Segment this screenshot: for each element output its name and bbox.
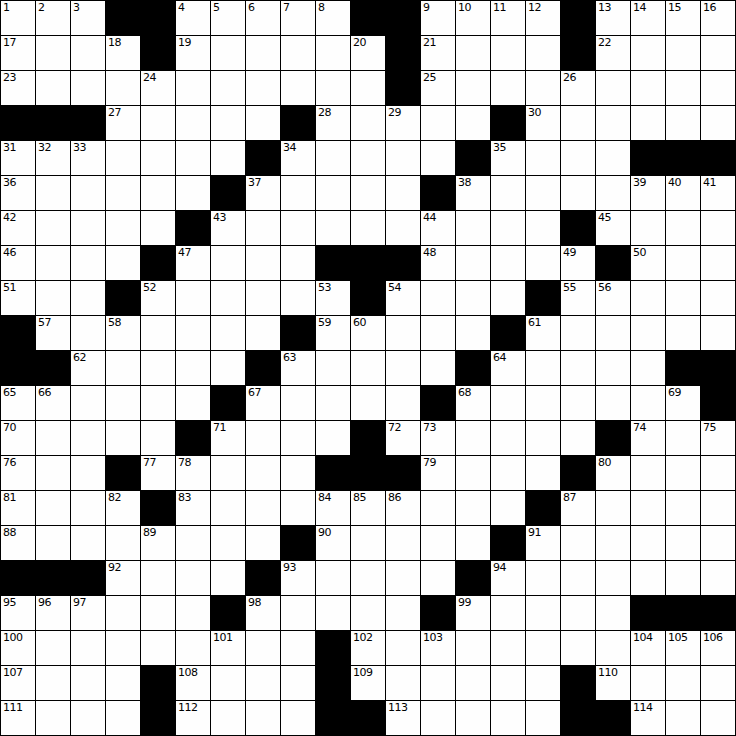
white-cell[interactable] xyxy=(666,211,700,245)
white-cell[interactable] xyxy=(421,666,455,700)
white-cell[interactable] xyxy=(526,666,560,700)
white-cell[interactable]: 22 xyxy=(596,36,630,70)
white-cell[interactable]: 9 xyxy=(421,1,455,35)
white-cell[interactable] xyxy=(561,561,595,595)
white-cell[interactable] xyxy=(246,71,280,105)
white-cell[interactable] xyxy=(456,526,490,560)
white-cell[interactable]: 36 xyxy=(1,176,35,210)
white-cell[interactable] xyxy=(281,596,315,630)
white-cell[interactable] xyxy=(316,176,350,210)
white-cell[interactable] xyxy=(491,386,525,420)
white-cell[interactable] xyxy=(281,421,315,455)
white-cell[interactable]: 19 xyxy=(176,36,210,70)
white-cell[interactable]: 109 xyxy=(351,666,385,700)
white-cell[interactable]: 95 xyxy=(1,596,35,630)
white-cell[interactable]: 46 xyxy=(1,246,35,280)
white-cell[interactable] xyxy=(176,631,210,665)
white-cell[interactable]: 63 xyxy=(281,351,315,385)
white-cell[interactable] xyxy=(106,631,140,665)
white-cell[interactable] xyxy=(596,596,630,630)
white-cell[interactable]: 94 xyxy=(491,561,525,595)
white-cell[interactable]: 79 xyxy=(421,456,455,490)
white-cell[interactable]: 96 xyxy=(36,596,70,630)
white-cell[interactable] xyxy=(316,351,350,385)
white-cell[interactable] xyxy=(526,71,560,105)
white-cell[interactable] xyxy=(596,141,630,175)
white-cell[interactable] xyxy=(176,106,210,140)
white-cell[interactable] xyxy=(561,386,595,420)
white-cell[interactable]: 43 xyxy=(211,211,245,245)
white-cell[interactable] xyxy=(386,526,420,560)
white-cell[interactable] xyxy=(351,176,385,210)
white-cell[interactable] xyxy=(246,316,280,350)
white-cell[interactable] xyxy=(456,456,490,490)
white-cell[interactable] xyxy=(281,246,315,280)
white-cell[interactable] xyxy=(491,456,525,490)
white-cell[interactable] xyxy=(36,701,70,735)
white-cell[interactable] xyxy=(106,246,140,280)
white-cell[interactable] xyxy=(351,211,385,245)
white-cell[interactable]: 40 xyxy=(666,176,700,210)
white-cell[interactable] xyxy=(561,351,595,385)
white-cell[interactable] xyxy=(211,141,245,175)
white-cell[interactable]: 50 xyxy=(631,246,665,280)
white-cell[interactable] xyxy=(631,71,665,105)
white-cell[interactable] xyxy=(71,456,105,490)
white-cell[interactable]: 39 xyxy=(631,176,665,210)
white-cell[interactable]: 12 xyxy=(526,1,560,35)
white-cell[interactable] xyxy=(281,701,315,735)
white-cell[interactable]: 72 xyxy=(386,421,420,455)
white-cell[interactable] xyxy=(316,211,350,245)
white-cell[interactable] xyxy=(386,316,420,350)
white-cell[interactable] xyxy=(386,386,420,420)
white-cell[interactable] xyxy=(141,211,175,245)
white-cell[interactable]: 53 xyxy=(316,281,350,315)
white-cell[interactable]: 60 xyxy=(351,316,385,350)
white-cell[interactable]: 87 xyxy=(561,491,595,525)
white-cell[interactable] xyxy=(316,141,350,175)
white-cell[interactable] xyxy=(246,526,280,560)
white-cell[interactable] xyxy=(141,386,175,420)
white-cell[interactable]: 86 xyxy=(386,491,420,525)
white-cell[interactable]: 49 xyxy=(561,246,595,280)
white-cell[interactable]: 84 xyxy=(316,491,350,525)
white-cell[interactable] xyxy=(491,421,525,455)
white-cell[interactable] xyxy=(246,666,280,700)
white-cell[interactable] xyxy=(596,386,630,420)
white-cell[interactable]: 57 xyxy=(36,316,70,350)
white-cell[interactable] xyxy=(701,666,735,700)
white-cell[interactable]: 14 xyxy=(631,1,665,35)
white-cell[interactable] xyxy=(141,631,175,665)
white-cell[interactable] xyxy=(106,71,140,105)
white-cell[interactable]: 112 xyxy=(176,701,210,735)
white-cell[interactable] xyxy=(561,106,595,140)
white-cell[interactable] xyxy=(106,351,140,385)
white-cell[interactable] xyxy=(386,631,420,665)
white-cell[interactable] xyxy=(246,701,280,735)
white-cell[interactable]: 34 xyxy=(281,141,315,175)
white-cell[interactable] xyxy=(71,666,105,700)
white-cell[interactable]: 107 xyxy=(1,666,35,700)
white-cell[interactable] xyxy=(71,176,105,210)
white-cell[interactable]: 100 xyxy=(1,631,35,665)
white-cell[interactable]: 83 xyxy=(176,491,210,525)
white-cell[interactable] xyxy=(246,631,280,665)
white-cell[interactable] xyxy=(316,71,350,105)
white-cell[interactable]: 21 xyxy=(421,36,455,70)
white-cell[interactable]: 62 xyxy=(71,351,105,385)
white-cell[interactable] xyxy=(211,36,245,70)
white-cell[interactable] xyxy=(351,71,385,105)
white-cell[interactable] xyxy=(631,561,665,595)
white-cell[interactable] xyxy=(36,246,70,280)
white-cell[interactable] xyxy=(176,351,210,385)
white-cell[interactable] xyxy=(176,176,210,210)
white-cell[interactable] xyxy=(36,456,70,490)
white-cell[interactable] xyxy=(631,456,665,490)
white-cell[interactable]: 47 xyxy=(176,246,210,280)
white-cell[interactable] xyxy=(246,36,280,70)
white-cell[interactable]: 15 xyxy=(666,1,700,35)
white-cell[interactable] xyxy=(141,351,175,385)
white-cell[interactable] xyxy=(141,106,175,140)
white-cell[interactable] xyxy=(106,141,140,175)
white-cell[interactable] xyxy=(351,351,385,385)
white-cell[interactable]: 59 xyxy=(316,316,350,350)
white-cell[interactable] xyxy=(526,211,560,245)
white-cell[interactable] xyxy=(631,386,665,420)
white-cell[interactable] xyxy=(71,491,105,525)
white-cell[interactable] xyxy=(596,526,630,560)
white-cell[interactable] xyxy=(36,526,70,560)
white-cell[interactable] xyxy=(211,246,245,280)
white-cell[interactable] xyxy=(666,36,700,70)
white-cell[interactable]: 69 xyxy=(666,386,700,420)
white-cell[interactable]: 38 xyxy=(456,176,490,210)
white-cell[interactable]: 55 xyxy=(561,281,595,315)
white-cell[interactable] xyxy=(176,71,210,105)
white-cell[interactable] xyxy=(491,36,525,70)
white-cell[interactable] xyxy=(596,491,630,525)
white-cell[interactable] xyxy=(631,351,665,385)
white-cell[interactable] xyxy=(701,246,735,280)
white-cell[interactable]: 29 xyxy=(386,106,420,140)
white-cell[interactable] xyxy=(666,421,700,455)
white-cell[interactable] xyxy=(421,281,455,315)
white-cell[interactable] xyxy=(246,491,280,525)
white-cell[interactable] xyxy=(176,316,210,350)
white-cell[interactable] xyxy=(211,71,245,105)
white-cell[interactable] xyxy=(631,526,665,560)
white-cell[interactable]: 4 xyxy=(176,1,210,35)
white-cell[interactable]: 101 xyxy=(211,631,245,665)
white-cell[interactable]: 73 xyxy=(421,421,455,455)
white-cell[interactable] xyxy=(71,526,105,560)
white-cell[interactable]: 85 xyxy=(351,491,385,525)
white-cell[interactable]: 74 xyxy=(631,421,665,455)
white-cell[interactable] xyxy=(631,211,665,245)
white-cell[interactable] xyxy=(421,526,455,560)
white-cell[interactable] xyxy=(421,701,455,735)
white-cell[interactable]: 81 xyxy=(1,491,35,525)
white-cell[interactable]: 66 xyxy=(36,386,70,420)
white-cell[interactable] xyxy=(281,176,315,210)
white-cell[interactable]: 23 xyxy=(1,71,35,105)
white-cell[interactable] xyxy=(106,596,140,630)
white-cell[interactable] xyxy=(526,456,560,490)
white-cell[interactable] xyxy=(526,141,560,175)
white-cell[interactable] xyxy=(141,141,175,175)
white-cell[interactable] xyxy=(456,71,490,105)
white-cell[interactable] xyxy=(141,176,175,210)
white-cell[interactable] xyxy=(351,526,385,560)
white-cell[interactable] xyxy=(211,491,245,525)
white-cell[interactable]: 37 xyxy=(246,176,280,210)
white-cell[interactable] xyxy=(36,36,70,70)
white-cell[interactable] xyxy=(351,596,385,630)
white-cell[interactable]: 111 xyxy=(1,701,35,735)
white-cell[interactable] xyxy=(36,71,70,105)
white-cell[interactable]: 7 xyxy=(281,1,315,35)
white-cell[interactable] xyxy=(701,106,735,140)
white-cell[interactable] xyxy=(701,456,735,490)
white-cell[interactable]: 65 xyxy=(1,386,35,420)
white-cell[interactable] xyxy=(456,211,490,245)
white-cell[interactable] xyxy=(526,36,560,70)
white-cell[interactable] xyxy=(561,631,595,665)
white-cell[interactable] xyxy=(701,281,735,315)
white-cell[interactable] xyxy=(211,106,245,140)
white-cell[interactable] xyxy=(526,596,560,630)
white-cell[interactable] xyxy=(386,211,420,245)
white-cell[interactable] xyxy=(281,456,315,490)
white-cell[interactable] xyxy=(666,701,700,735)
white-cell[interactable]: 80 xyxy=(596,456,630,490)
white-cell[interactable] xyxy=(561,141,595,175)
white-cell[interactable] xyxy=(666,71,700,105)
white-cell[interactable] xyxy=(281,631,315,665)
white-cell[interactable] xyxy=(386,666,420,700)
white-cell[interactable] xyxy=(561,421,595,455)
white-cell[interactable] xyxy=(666,281,700,315)
white-cell[interactable] xyxy=(701,561,735,595)
white-cell[interactable] xyxy=(421,491,455,525)
white-cell[interactable] xyxy=(456,421,490,455)
white-cell[interactable] xyxy=(316,386,350,420)
white-cell[interactable] xyxy=(596,631,630,665)
white-cell[interactable] xyxy=(71,211,105,245)
white-cell[interactable] xyxy=(596,176,630,210)
white-cell[interactable] xyxy=(701,36,735,70)
white-cell[interactable] xyxy=(281,36,315,70)
white-cell[interactable]: 114 xyxy=(631,701,665,735)
white-cell[interactable] xyxy=(281,491,315,525)
white-cell[interactable] xyxy=(631,666,665,700)
white-cell[interactable]: 90 xyxy=(316,526,350,560)
white-cell[interactable] xyxy=(561,596,595,630)
white-cell[interactable] xyxy=(491,596,525,630)
white-cell[interactable] xyxy=(666,561,700,595)
white-cell[interactable]: 17 xyxy=(1,36,35,70)
white-cell[interactable] xyxy=(106,666,140,700)
white-cell[interactable] xyxy=(386,141,420,175)
white-cell[interactable]: 77 xyxy=(141,456,175,490)
white-cell[interactable] xyxy=(456,281,490,315)
white-cell[interactable] xyxy=(561,526,595,560)
white-cell[interactable]: 64 xyxy=(491,351,525,385)
white-cell[interactable]: 110 xyxy=(596,666,630,700)
white-cell[interactable] xyxy=(71,631,105,665)
white-cell[interactable]: 92 xyxy=(106,561,140,595)
white-cell[interactable] xyxy=(106,386,140,420)
white-cell[interactable]: 20 xyxy=(351,36,385,70)
white-cell[interactable]: 42 xyxy=(1,211,35,245)
white-cell[interactable] xyxy=(526,246,560,280)
white-cell[interactable] xyxy=(246,106,280,140)
white-cell[interactable] xyxy=(176,386,210,420)
white-cell[interactable] xyxy=(36,176,70,210)
white-cell[interactable] xyxy=(106,211,140,245)
white-cell[interactable]: 98 xyxy=(246,596,280,630)
white-cell[interactable] xyxy=(141,316,175,350)
white-cell[interactable] xyxy=(281,666,315,700)
white-cell[interactable]: 13 xyxy=(596,1,630,35)
white-cell[interactable] xyxy=(211,561,245,595)
white-cell[interactable]: 105 xyxy=(666,631,700,665)
white-cell[interactable] xyxy=(71,701,105,735)
white-cell[interactable] xyxy=(246,246,280,280)
white-cell[interactable]: 26 xyxy=(561,71,595,105)
white-cell[interactable] xyxy=(596,106,630,140)
white-cell[interactable] xyxy=(386,561,420,595)
white-cell[interactable] xyxy=(246,421,280,455)
white-cell[interactable] xyxy=(71,281,105,315)
white-cell[interactable]: 41 xyxy=(701,176,735,210)
white-cell[interactable]: 48 xyxy=(421,246,455,280)
white-cell[interactable] xyxy=(106,176,140,210)
white-cell[interactable] xyxy=(596,316,630,350)
white-cell[interactable] xyxy=(666,666,700,700)
white-cell[interactable] xyxy=(71,421,105,455)
white-cell[interactable]: 27 xyxy=(106,106,140,140)
white-cell[interactable]: 68 xyxy=(456,386,490,420)
white-cell[interactable] xyxy=(526,351,560,385)
white-cell[interactable] xyxy=(491,281,525,315)
white-cell[interactable] xyxy=(71,246,105,280)
white-cell[interactable] xyxy=(281,211,315,245)
white-cell[interactable] xyxy=(351,106,385,140)
white-cell[interactable] xyxy=(246,211,280,245)
white-cell[interactable] xyxy=(666,456,700,490)
white-cell[interactable]: 97 xyxy=(71,596,105,630)
white-cell[interactable]: 18 xyxy=(106,36,140,70)
white-cell[interactable] xyxy=(421,561,455,595)
white-cell[interactable] xyxy=(281,71,315,105)
white-cell[interactable] xyxy=(246,456,280,490)
white-cell[interactable]: 45 xyxy=(596,211,630,245)
white-cell[interactable]: 31 xyxy=(1,141,35,175)
white-cell[interactable] xyxy=(456,36,490,70)
white-cell[interactable] xyxy=(316,596,350,630)
white-cell[interactable]: 99 xyxy=(456,596,490,630)
white-cell[interactable] xyxy=(386,176,420,210)
white-cell[interactable] xyxy=(631,106,665,140)
white-cell[interactable] xyxy=(106,526,140,560)
white-cell[interactable] xyxy=(211,316,245,350)
white-cell[interactable]: 35 xyxy=(491,141,525,175)
white-cell[interactable] xyxy=(701,526,735,560)
white-cell[interactable] xyxy=(351,561,385,595)
white-cell[interactable] xyxy=(491,71,525,105)
white-cell[interactable] xyxy=(596,351,630,385)
white-cell[interactable] xyxy=(526,176,560,210)
white-cell[interactable] xyxy=(36,666,70,700)
white-cell[interactable]: 44 xyxy=(421,211,455,245)
white-cell[interactable]: 75 xyxy=(701,421,735,455)
white-cell[interactable]: 2 xyxy=(36,1,70,35)
white-cell[interactable]: 82 xyxy=(106,491,140,525)
white-cell[interactable] xyxy=(526,421,560,455)
white-cell[interactable] xyxy=(526,386,560,420)
white-cell[interactable] xyxy=(526,561,560,595)
white-cell[interactable]: 106 xyxy=(701,631,735,665)
white-cell[interactable] xyxy=(36,421,70,455)
white-cell[interactable] xyxy=(561,176,595,210)
white-cell[interactable]: 8 xyxy=(316,1,350,35)
white-cell[interactable] xyxy=(211,666,245,700)
white-cell[interactable] xyxy=(491,666,525,700)
white-cell[interactable]: 91 xyxy=(526,526,560,560)
white-cell[interactable] xyxy=(456,701,490,735)
white-cell[interactable]: 6 xyxy=(246,1,280,35)
white-cell[interactable] xyxy=(316,421,350,455)
white-cell[interactable] xyxy=(211,281,245,315)
white-cell[interactable] xyxy=(421,106,455,140)
white-cell[interactable] xyxy=(631,281,665,315)
white-cell[interactable] xyxy=(71,71,105,105)
white-cell[interactable]: 58 xyxy=(106,316,140,350)
white-cell[interactable]: 1 xyxy=(1,1,35,35)
white-cell[interactable]: 25 xyxy=(421,71,455,105)
white-cell[interactable]: 67 xyxy=(246,386,280,420)
white-cell[interactable] xyxy=(631,36,665,70)
white-cell[interactable] xyxy=(456,316,490,350)
white-cell[interactable] xyxy=(596,71,630,105)
white-cell[interactable] xyxy=(71,36,105,70)
white-cell[interactable]: 11 xyxy=(491,1,525,35)
white-cell[interactable]: 32 xyxy=(36,141,70,175)
white-cell[interactable]: 54 xyxy=(386,281,420,315)
white-cell[interactable] xyxy=(456,106,490,140)
white-cell[interactable] xyxy=(386,596,420,630)
white-cell[interactable] xyxy=(36,211,70,245)
white-cell[interactable] xyxy=(456,631,490,665)
white-cell[interactable] xyxy=(666,106,700,140)
white-cell[interactable]: 89 xyxy=(141,526,175,560)
white-cell[interactable]: 61 xyxy=(526,316,560,350)
white-cell[interactable] xyxy=(316,561,350,595)
white-cell[interactable] xyxy=(71,316,105,350)
white-cell[interactable] xyxy=(176,281,210,315)
white-cell[interactable]: 33 xyxy=(71,141,105,175)
white-cell[interactable] xyxy=(246,281,280,315)
white-cell[interactable]: 51 xyxy=(1,281,35,315)
white-cell[interactable] xyxy=(631,491,665,525)
white-cell[interactable]: 108 xyxy=(176,666,210,700)
white-cell[interactable] xyxy=(666,491,700,525)
